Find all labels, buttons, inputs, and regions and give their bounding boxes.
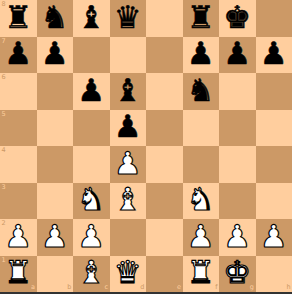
piece-white-pawn[interactable]: ♟ xyxy=(219,218,256,255)
square-d2[interactable] xyxy=(110,219,147,256)
square-b6[interactable] xyxy=(37,73,74,110)
piece-white-rook[interactable]: ♜ xyxy=(0,255,37,292)
rank-label-4: 4 xyxy=(2,147,6,154)
piece-white-knight[interactable]: ♞ xyxy=(183,182,220,219)
square-e4[interactable] xyxy=(146,146,183,183)
square-a8[interactable]: 8♜ xyxy=(0,0,37,37)
square-g6[interactable] xyxy=(219,73,256,110)
piece-white-queen[interactable]: ♛ xyxy=(110,255,147,292)
piece-white-pawn[interactable]: ♟ xyxy=(183,218,220,255)
piece-black-rook[interactable]: ♜ xyxy=(183,0,220,36)
square-d8[interactable]: ♛ xyxy=(110,0,147,37)
square-f2[interactable]: ♟ xyxy=(183,219,220,256)
square-e7[interactable] xyxy=(146,37,183,74)
piece-black-pawn[interactable]: ♟ xyxy=(37,36,74,73)
piece-black-queen[interactable]: ♛ xyxy=(110,0,147,36)
square-e3[interactable] xyxy=(146,183,183,220)
square-g7[interactable]: ♟ xyxy=(219,37,256,74)
square-f5[interactable] xyxy=(183,110,220,147)
square-h7[interactable]: ♟ xyxy=(256,37,293,74)
square-d4[interactable]: ♟ xyxy=(110,146,147,183)
square-a4[interactable]: 4 xyxy=(0,146,37,183)
square-e2[interactable] xyxy=(146,219,183,256)
piece-white-king[interactable]: ♚ xyxy=(219,255,256,292)
square-a3[interactable]: 3 xyxy=(0,183,37,220)
piece-white-knight[interactable]: ♞ xyxy=(73,182,110,219)
piece-black-pawn[interactable]: ♟ xyxy=(256,36,293,73)
square-b2[interactable]: ♟ xyxy=(37,219,74,256)
square-a7[interactable]: 7♟ xyxy=(0,37,37,74)
square-e5[interactable] xyxy=(146,110,183,147)
square-a5[interactable]: 5 xyxy=(0,110,37,147)
piece-white-bishop[interactable]: ♝ xyxy=(110,182,147,219)
square-h4[interactable] xyxy=(256,146,293,183)
square-g5[interactable] xyxy=(219,110,256,147)
square-f7[interactable]: ♟ xyxy=(183,37,220,74)
square-d6[interactable]: ♝ xyxy=(110,73,147,110)
square-h1[interactable]: h xyxy=(256,256,293,293)
square-g2[interactable]: ♟ xyxy=(219,219,256,256)
square-g4[interactable] xyxy=(219,146,256,183)
square-b3[interactable] xyxy=(37,183,74,220)
square-c5[interactable] xyxy=(73,110,110,147)
square-h6[interactable] xyxy=(256,73,293,110)
square-a1[interactable]: 1a♜ xyxy=(0,256,37,293)
square-f8[interactable]: ♜ xyxy=(183,0,220,37)
piece-white-pawn[interactable]: ♟ xyxy=(110,145,147,182)
piece-white-rook[interactable]: ♜ xyxy=(183,255,220,292)
square-f3[interactable]: ♞ xyxy=(183,183,220,220)
piece-white-pawn[interactable]: ♟ xyxy=(73,218,110,255)
square-d7[interactable] xyxy=(110,37,147,74)
square-d5[interactable]: ♟ xyxy=(110,110,147,147)
square-g1[interactable]: g♚ xyxy=(219,256,256,293)
file-label-b: b xyxy=(67,284,71,291)
square-f1[interactable]: f♜ xyxy=(183,256,220,293)
piece-white-bishop[interactable]: ♝ xyxy=(73,255,110,292)
piece-black-pawn[interactable]: ♟ xyxy=(183,36,220,73)
square-b4[interactable] xyxy=(37,146,74,183)
rank-label-3: 3 xyxy=(2,184,6,191)
square-h3[interactable] xyxy=(256,183,293,220)
square-b7[interactable]: ♟ xyxy=(37,37,74,74)
rank-label-5: 5 xyxy=(2,111,6,118)
square-c1[interactable]: c♝ xyxy=(73,256,110,293)
square-a6[interactable]: 6 xyxy=(0,73,37,110)
square-c4[interactable] xyxy=(73,146,110,183)
square-f4[interactable] xyxy=(183,146,220,183)
square-h5[interactable] xyxy=(256,110,293,147)
square-c8[interactable]: ♝ xyxy=(73,0,110,37)
piece-black-pawn[interactable]: ♟ xyxy=(110,109,147,146)
square-b8[interactable]: ♞ xyxy=(37,0,74,37)
square-e8[interactable] xyxy=(146,0,183,37)
piece-black-knight[interactable]: ♞ xyxy=(183,72,220,109)
square-c3[interactable]: ♞ xyxy=(73,183,110,220)
piece-black-pawn[interactable]: ♟ xyxy=(73,72,110,109)
square-g3[interactable] xyxy=(219,183,256,220)
square-b5[interactable] xyxy=(37,110,74,147)
piece-black-rook[interactable]: ♜ xyxy=(0,0,37,36)
square-a2[interactable]: 2♟ xyxy=(0,219,37,256)
piece-black-bishop[interactable]: ♝ xyxy=(110,72,147,109)
square-h2[interactable]: ♟ xyxy=(256,219,293,256)
piece-black-king[interactable]: ♚ xyxy=(219,0,256,36)
file-label-e: e xyxy=(177,284,181,291)
square-b1[interactable]: b xyxy=(37,256,74,293)
piece-black-pawn[interactable]: ♟ xyxy=(0,36,37,73)
square-d1[interactable]: d♛ xyxy=(110,256,147,293)
chess-board: 8♜♞♝♛♜♚7♟♟♟♟♟6♟♝♞5♟4♟3♞♝♞2♟♟♟♟♟♟1a♜bc♝d♛… xyxy=(0,0,292,292)
square-c2[interactable]: ♟ xyxy=(73,219,110,256)
square-g8[interactable]: ♚ xyxy=(219,0,256,37)
file-label-h: h xyxy=(286,284,290,291)
rank-label-6: 6 xyxy=(2,74,6,81)
square-h8[interactable] xyxy=(256,0,293,37)
piece-black-bishop[interactable]: ♝ xyxy=(73,0,110,36)
square-e6[interactable] xyxy=(146,73,183,110)
piece-white-pawn[interactable]: ♟ xyxy=(0,218,37,255)
piece-white-pawn[interactable]: ♟ xyxy=(256,218,293,255)
square-e1[interactable]: e xyxy=(146,256,183,293)
piece-white-pawn[interactable]: ♟ xyxy=(37,218,74,255)
square-d3[interactable]: ♝ xyxy=(110,183,147,220)
piece-black-knight[interactable]: ♞ xyxy=(37,0,74,36)
square-f6[interactable]: ♞ xyxy=(183,73,220,110)
square-c6[interactable]: ♟ xyxy=(73,73,110,110)
square-c7[interactable] xyxy=(73,37,110,74)
piece-black-pawn[interactable]: ♟ xyxy=(219,36,256,73)
